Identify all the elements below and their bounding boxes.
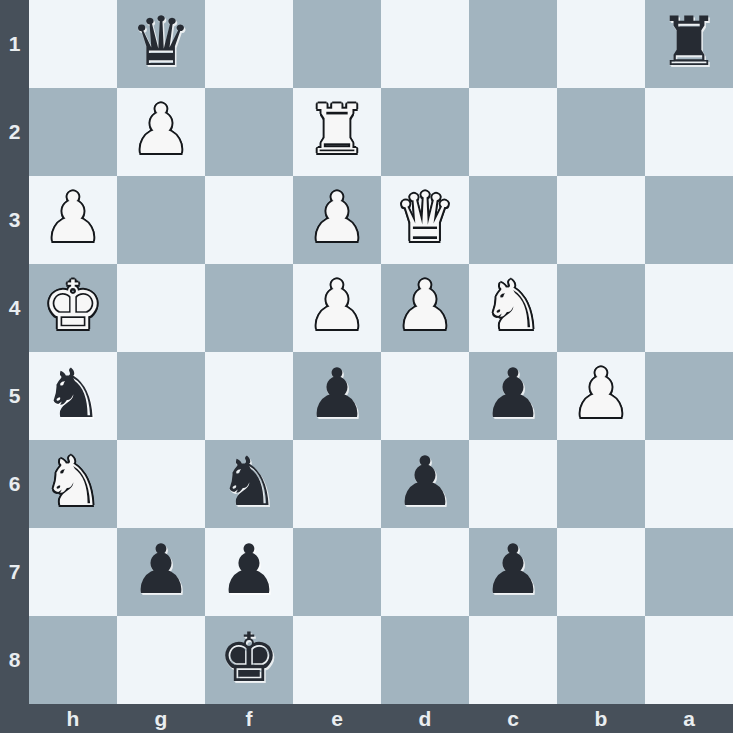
white-pawn[interactable]: ♟ xyxy=(131,96,192,164)
square-f2[interactable] xyxy=(205,88,293,176)
square-g3[interactable] xyxy=(117,176,205,264)
file-label-c: c xyxy=(469,704,557,733)
square-d1[interactable] xyxy=(381,0,469,88)
square-e3[interactable]: ♟ xyxy=(293,176,381,264)
square-f6[interactable]: ♞ xyxy=(205,440,293,528)
black-rook[interactable]: ♜ xyxy=(659,8,720,76)
rank-label-8: 8 xyxy=(0,616,29,704)
white-knight[interactable]: ♞ xyxy=(483,272,544,340)
black-pawn[interactable]: ♟ xyxy=(131,536,192,604)
file-label-b: b xyxy=(557,704,645,733)
square-h4[interactable]: ♚ xyxy=(29,264,117,352)
square-c6[interactable] xyxy=(469,440,557,528)
square-f8[interactable]: ♚ xyxy=(205,616,293,704)
square-h7[interactable] xyxy=(29,528,117,616)
square-h3[interactable]: ♟ xyxy=(29,176,117,264)
square-b6[interactable] xyxy=(557,440,645,528)
black-pawn[interactable]: ♟ xyxy=(219,536,280,604)
square-g7[interactable]: ♟ xyxy=(117,528,205,616)
square-d3[interactable]: ♛ xyxy=(381,176,469,264)
square-e4[interactable]: ♟ xyxy=(293,264,381,352)
square-a1[interactable]: ♜ xyxy=(645,0,733,88)
file-label-d: d xyxy=(381,704,469,733)
rank-label-6: 6 xyxy=(0,440,29,528)
white-pawn[interactable]: ♟ xyxy=(307,184,368,252)
square-g5[interactable] xyxy=(117,352,205,440)
square-a8[interactable] xyxy=(645,616,733,704)
black-pawn[interactable]: ♟ xyxy=(307,360,368,428)
rank-label-4: 4 xyxy=(0,264,29,352)
square-e7[interactable] xyxy=(293,528,381,616)
square-f5[interactable] xyxy=(205,352,293,440)
rank-label-1: 1 xyxy=(0,0,29,88)
square-c3[interactable] xyxy=(469,176,557,264)
square-c1[interactable] xyxy=(469,0,557,88)
file-label-e: e xyxy=(293,704,381,733)
square-c8[interactable] xyxy=(469,616,557,704)
white-pawn[interactable]: ♟ xyxy=(43,184,104,252)
square-h1[interactable] xyxy=(29,0,117,88)
black-king[interactable]: ♚ xyxy=(219,624,280,692)
square-f3[interactable] xyxy=(205,176,293,264)
square-a2[interactable] xyxy=(645,88,733,176)
square-b3[interactable] xyxy=(557,176,645,264)
square-f7[interactable]: ♟ xyxy=(205,528,293,616)
white-rook[interactable]: ♜ xyxy=(307,96,368,164)
black-knight[interactable]: ♞ xyxy=(43,360,104,428)
file-label-g: g xyxy=(117,704,205,733)
square-c2[interactable] xyxy=(469,88,557,176)
square-a4[interactable] xyxy=(645,264,733,352)
square-a3[interactable] xyxy=(645,176,733,264)
rank-label-5: 5 xyxy=(0,352,29,440)
square-c7[interactable]: ♟ xyxy=(469,528,557,616)
white-queen[interactable]: ♛ xyxy=(395,184,456,252)
black-queen[interactable]: ♛ xyxy=(131,8,192,76)
square-g2[interactable]: ♟ xyxy=(117,88,205,176)
square-h6[interactable]: ♞ xyxy=(29,440,117,528)
white-pawn[interactable]: ♟ xyxy=(395,272,456,340)
square-b2[interactable] xyxy=(557,88,645,176)
file-label-h: h xyxy=(29,704,117,733)
square-b5[interactable]: ♟ xyxy=(557,352,645,440)
rank-label-2: 2 xyxy=(0,88,29,176)
square-d5[interactable] xyxy=(381,352,469,440)
square-d4[interactable]: ♟ xyxy=(381,264,469,352)
square-d7[interactable] xyxy=(381,528,469,616)
square-a6[interactable] xyxy=(645,440,733,528)
black-knight[interactable]: ♞ xyxy=(219,448,280,516)
square-d6[interactable]: ♟ xyxy=(381,440,469,528)
square-h8[interactable] xyxy=(29,616,117,704)
white-pawn[interactable]: ♟ xyxy=(571,360,632,428)
square-b4[interactable] xyxy=(557,264,645,352)
square-e2[interactable]: ♜ xyxy=(293,88,381,176)
square-b1[interactable] xyxy=(557,0,645,88)
square-b7[interactable] xyxy=(557,528,645,616)
white-king[interactable]: ♚ xyxy=(43,272,104,340)
square-g8[interactable] xyxy=(117,616,205,704)
square-c4[interactable]: ♞ xyxy=(469,264,557,352)
square-d2[interactable] xyxy=(381,88,469,176)
square-e6[interactable] xyxy=(293,440,381,528)
file-label-f: f xyxy=(205,704,293,733)
white-pawn[interactable]: ♟ xyxy=(307,272,368,340)
chess-board: 1♛♜2♟♜3♟♟♛4♚♟♟♞5♞♟♟♟6♞♞♟7♟♟♟8♚hgfedcba xyxy=(0,0,733,733)
square-e5[interactable]: ♟ xyxy=(293,352,381,440)
square-a7[interactable] xyxy=(645,528,733,616)
rank-label-7: 7 xyxy=(0,528,29,616)
file-label-a: a xyxy=(645,704,733,733)
square-h2[interactable] xyxy=(29,88,117,176)
square-a5[interactable] xyxy=(645,352,733,440)
black-pawn[interactable]: ♟ xyxy=(395,448,456,516)
square-b8[interactable] xyxy=(557,616,645,704)
black-pawn[interactable]: ♟ xyxy=(483,536,544,604)
square-e8[interactable] xyxy=(293,616,381,704)
square-g1[interactable]: ♛ xyxy=(117,0,205,88)
square-e1[interactable] xyxy=(293,0,381,88)
square-f4[interactable] xyxy=(205,264,293,352)
square-g6[interactable] xyxy=(117,440,205,528)
square-f1[interactable] xyxy=(205,0,293,88)
square-c5[interactable]: ♟ xyxy=(469,352,557,440)
board-corner xyxy=(0,704,29,733)
black-pawn[interactable]: ♟ xyxy=(483,360,544,428)
square-d8[interactable] xyxy=(381,616,469,704)
rank-label-3: 3 xyxy=(0,176,29,264)
white-knight[interactable]: ♞ xyxy=(43,448,104,516)
square-g4[interactable] xyxy=(117,264,205,352)
square-h5[interactable]: ♞ xyxy=(29,352,117,440)
